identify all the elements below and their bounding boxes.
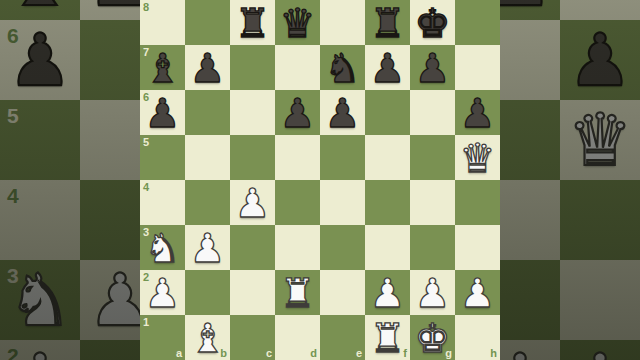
piece-black-queen[interactable]: ♛ [280,3,316,43]
square-a1[interactable]: 1a [140,315,185,360]
piece-white-pawn[interactable]: ♟ [190,228,226,268]
file-label: a [176,348,182,359]
piece-white-rook[interactable]: ♜ [280,273,316,313]
square-b1[interactable]: b♝ [185,315,230,360]
piece-black-pawn[interactable]: ♟ [415,48,451,88]
square-d2[interactable]: ♜ [275,270,320,315]
square-b5[interactable] [185,135,230,180]
square-e8[interactable] [320,0,365,45]
file-label: c [266,348,272,359]
square-a8[interactable]: 8 [140,0,185,45]
square-g6[interactable] [410,90,455,135]
piece-white-pawn[interactable]: ♟ [235,183,271,223]
chess-board[interactable]: 8♜♛♜♚7♝♟♞♟♟6♟♟♟♟5♛4♟3♞♟2♟♜♟♟♟1ab♝cdef♜g♚… [140,0,500,360]
piece-black-pawn[interactable]: ♟ [145,93,181,133]
file-label: g [445,348,452,359]
square-f1[interactable]: f♜ [365,315,410,360]
square-h4[interactable] [455,180,500,225]
square-b6[interactable] [185,90,230,135]
square-a2[interactable]: 2♟ [140,270,185,315]
square-d5[interactable] [275,135,320,180]
square-d8[interactable]: ♛ [275,0,320,45]
file-label: b [220,348,227,359]
square-h7[interactable] [455,45,500,90]
piece-white-pawn[interactable]: ♟ [415,273,451,313]
square-c7[interactable] [230,45,275,90]
piece-black-rook[interactable]: ♜ [235,3,271,43]
square-d1[interactable]: d [275,315,320,360]
square-c5[interactable] [230,135,275,180]
square-a7[interactable]: 7♝ [140,45,185,90]
square-g3[interactable] [410,225,455,270]
square-e3[interactable] [320,225,365,270]
square-f7[interactable]: ♟ [365,45,410,90]
file-label: d [310,348,317,359]
piece-black-pawn[interactable]: ♟ [325,93,361,133]
piece-black-pawn[interactable]: ♟ [190,48,226,88]
piece-black-pawn[interactable]: ♟ [370,48,406,88]
rank-label: 3 [143,227,149,238]
piece-black-pawn[interactable]: ♟ [280,93,316,133]
piece-black-pawn[interactable]: ♟ [460,93,496,133]
rank-label: 8 [143,2,149,13]
rank-label: 5 [143,137,149,148]
square-f5[interactable] [365,135,410,180]
square-b8[interactable] [185,0,230,45]
piece-white-knight[interactable]: ♞ [145,228,181,268]
square-e4[interactable] [320,180,365,225]
square-h5[interactable]: ♛ [455,135,500,180]
square-b3[interactable]: ♟ [185,225,230,270]
square-f3[interactable] [365,225,410,270]
square-f4[interactable] [365,180,410,225]
square-h6[interactable]: ♟ [455,90,500,135]
video-frame: 8♜♛♜♚7♝♟♞♟♟6♟♟♟♟5♛4♟3♞♟2♟♜♟♟♟1ab♝cdef♜g♚… [0,0,640,360]
square-h1[interactable]: h [455,315,500,360]
file-label: h [490,348,497,359]
square-f8[interactable]: ♜ [365,0,410,45]
piece-white-queen[interactable]: ♛ [460,138,496,178]
square-c6[interactable] [230,90,275,135]
piece-white-pawn[interactable]: ♟ [460,273,496,313]
square-c3[interactable] [230,225,275,270]
square-f6[interactable] [365,90,410,135]
piece-white-pawn[interactable]: ♟ [370,273,406,313]
square-h2[interactable]: ♟ [455,270,500,315]
rank-label: 2 [143,272,149,283]
square-a3[interactable]: 3♞ [140,225,185,270]
square-d6[interactable]: ♟ [275,90,320,135]
square-c4[interactable]: ♟ [230,180,275,225]
square-e2[interactable] [320,270,365,315]
square-e5[interactable] [320,135,365,180]
square-e1[interactable]: e [320,315,365,360]
square-g4[interactable] [410,180,455,225]
rank-label: 6 [143,92,149,103]
square-b7[interactable]: ♟ [185,45,230,90]
square-e6[interactable]: ♟ [320,90,365,135]
piece-black-knight[interactable]: ♞ [325,48,361,88]
square-d3[interactable] [275,225,320,270]
file-label: f [403,348,407,359]
square-d4[interactable] [275,180,320,225]
rank-label: 4 [143,182,149,193]
square-f2[interactable]: ♟ [365,270,410,315]
rank-label: 7 [143,47,149,58]
square-b2[interactable] [185,270,230,315]
piece-black-rook[interactable]: ♜ [370,3,406,43]
square-c8[interactable]: ♜ [230,0,275,45]
piece-white-pawn[interactable]: ♟ [145,273,181,313]
square-g7[interactable]: ♟ [410,45,455,90]
square-c2[interactable] [230,270,275,315]
square-a5[interactable]: 5 [140,135,185,180]
square-g5[interactable] [410,135,455,180]
rank-label: 1 [143,317,149,328]
square-a4[interactable]: 4 [140,180,185,225]
square-g2[interactable]: ♟ [410,270,455,315]
file-label: e [356,348,362,359]
square-h8[interactable] [455,0,500,45]
square-h3[interactable] [455,225,500,270]
piece-black-bishop[interactable]: ♝ [145,48,181,88]
piece-white-rook[interactable]: ♜ [370,318,406,358]
piece-black-king[interactable]: ♚ [415,3,451,43]
square-d7[interactable] [275,45,320,90]
square-g1[interactable]: g♚ [410,315,455,360]
square-b4[interactable] [185,180,230,225]
square-a6[interactable]: 6♟ [140,90,185,135]
square-c1[interactable]: c [230,315,275,360]
square-g8[interactable]: ♚ [410,0,455,45]
square-e7[interactable]: ♞ [320,45,365,90]
